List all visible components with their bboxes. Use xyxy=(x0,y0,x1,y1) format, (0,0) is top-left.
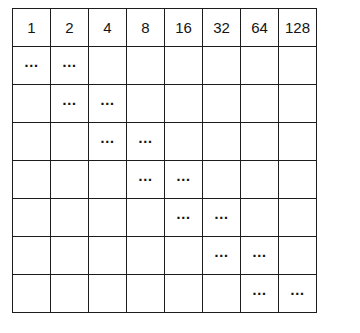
cell-r8c5 xyxy=(165,275,202,312)
cell-r5c4: … xyxy=(127,161,164,198)
header-cell-r1c5: 16 xyxy=(165,9,202,46)
cell-r5c8 xyxy=(279,161,316,198)
cell-r6c2 xyxy=(51,199,88,236)
ellipsis-glyph: … xyxy=(290,282,306,297)
ellipsis-glyph: … xyxy=(252,282,268,297)
cell-r4c6 xyxy=(203,123,240,160)
header-cell-r1c4: 8 xyxy=(127,9,164,46)
cell-r8c7: … xyxy=(241,275,278,312)
cell-r6c4 xyxy=(127,199,164,236)
header-cell-r1c6: 32 xyxy=(203,9,240,46)
cell-r7c5 xyxy=(165,237,202,274)
cell-r8c4 xyxy=(127,275,164,312)
ellipsis-glyph: … xyxy=(176,206,192,221)
cell-r5c7 xyxy=(241,161,278,198)
cell-r5c6 xyxy=(203,161,240,198)
cell-r2c8 xyxy=(279,47,316,84)
cell-r2c4 xyxy=(127,47,164,84)
cell-r8c8: … xyxy=(279,275,316,312)
cell-r5c3 xyxy=(89,161,126,198)
ellipsis-glyph: … xyxy=(138,130,154,145)
ellipsis-glyph: … xyxy=(214,206,230,221)
cell-r3c3: … xyxy=(89,85,126,122)
header-cell-r1c8: 128 xyxy=(279,9,316,46)
cell-r2c1: … xyxy=(13,47,50,84)
cell-r7c6: … xyxy=(203,237,240,274)
cell-r7c7: … xyxy=(241,237,278,274)
cell-r3c5 xyxy=(165,85,202,122)
ellipsis-glyph: … xyxy=(176,168,192,183)
ellipsis-glyph: … xyxy=(62,92,78,107)
cell-r5c2 xyxy=(51,161,88,198)
cell-r4c7 xyxy=(241,123,278,160)
cell-r6c7 xyxy=(241,199,278,236)
cell-r8c1 xyxy=(13,275,50,312)
header-cell-r1c3: 4 xyxy=(89,9,126,46)
cell-r6c3 xyxy=(89,199,126,236)
cell-r8c3 xyxy=(89,275,126,312)
cell-r3c7 xyxy=(241,85,278,122)
ellipsis-glyph: … xyxy=(252,244,268,259)
cell-r4c1 xyxy=(13,123,50,160)
cell-r8c6 xyxy=(203,275,240,312)
cell-r7c3 xyxy=(89,237,126,274)
cell-r5c5: … xyxy=(165,161,202,198)
cell-r3c6 xyxy=(203,85,240,122)
ellipsis-glyph: … xyxy=(100,130,116,145)
cell-r3c2: … xyxy=(51,85,88,122)
cell-r5c1 xyxy=(13,161,50,198)
ellipsis-glyph: … xyxy=(138,168,154,183)
cell-r6c8 xyxy=(279,199,316,236)
cell-r2c6 xyxy=(203,47,240,84)
ellipsis-glyph: … xyxy=(100,92,116,107)
cell-r7c1 xyxy=(13,237,50,274)
cell-r7c4 xyxy=(127,237,164,274)
cell-r6c6: … xyxy=(203,199,240,236)
cell-r4c4: … xyxy=(127,123,164,160)
ellipsis-glyph: … xyxy=(62,54,78,69)
ellipsis-glyph: … xyxy=(24,54,40,69)
cell-r6c5: … xyxy=(165,199,202,236)
cell-r6c1 xyxy=(13,199,50,236)
header-cell-r1c7: 64 xyxy=(241,9,278,46)
cell-r4c5 xyxy=(165,123,202,160)
cell-r4c3: … xyxy=(89,123,126,160)
cell-r7c2 xyxy=(51,237,88,274)
cell-r4c8 xyxy=(279,123,316,160)
cell-r2c3 xyxy=(89,47,126,84)
powers-of-two-grid: 1248163264128…………………………………… xyxy=(12,8,317,313)
cell-r2c7 xyxy=(241,47,278,84)
cell-r7c8 xyxy=(279,237,316,274)
ellipsis-glyph: … xyxy=(214,244,230,259)
cell-r2c2: … xyxy=(51,47,88,84)
cell-r4c2 xyxy=(51,123,88,160)
cell-r2c5 xyxy=(165,47,202,84)
header-cell-r1c2: 2 xyxy=(51,9,88,46)
cell-r8c2 xyxy=(51,275,88,312)
cell-r3c4 xyxy=(127,85,164,122)
header-cell-r1c1: 1 xyxy=(13,9,50,46)
cell-r3c1 xyxy=(13,85,50,122)
cell-r3c8 xyxy=(279,85,316,122)
